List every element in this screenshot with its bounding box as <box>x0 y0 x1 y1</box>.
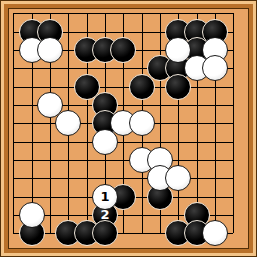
grid-line-horizontal <box>13 142 233 143</box>
intersection[interactable] <box>186 95 204 113</box>
intersection[interactable] <box>8 113 21 131</box>
intersection[interactable] <box>186 150 204 168</box>
intersection[interactable] <box>8 150 21 168</box>
intersection[interactable] <box>21 168 39 186</box>
board-frame: 21 <box>4 4 253 253</box>
intersection[interactable] <box>8 186 21 204</box>
intersection[interactable] <box>8 95 21 113</box>
white-stone <box>129 110 155 136</box>
move-number-label: 1 <box>100 190 109 203</box>
grid-line-horizontal <box>13 178 233 179</box>
intersection[interactable] <box>205 150 223 168</box>
intersection[interactable] <box>58 150 76 168</box>
intersection[interactable] <box>131 21 149 39</box>
intersection[interactable] <box>223 205 241 223</box>
intersection[interactable] <box>8 131 21 149</box>
intersection[interactable] <box>223 168 241 186</box>
intersection[interactable] <box>223 95 241 113</box>
white-stone <box>37 37 63 63</box>
go-board[interactable]: 21 <box>8 8 249 249</box>
intersection[interactable] <box>150 95 168 113</box>
intersection[interactable] <box>168 113 186 131</box>
intersection[interactable] <box>205 113 223 131</box>
intersection[interactable] <box>40 168 58 186</box>
intersection[interactable] <box>205 168 223 186</box>
grid-line-horizontal <box>13 160 233 161</box>
intersection[interactable] <box>76 168 94 186</box>
intersection[interactable] <box>205 186 223 204</box>
intersection[interactable] <box>21 131 39 149</box>
intersection[interactable] <box>58 186 76 204</box>
intersection[interactable] <box>205 95 223 113</box>
intersection[interactable] <box>40 131 58 149</box>
intersection[interactable] <box>21 113 39 131</box>
intersection[interactable] <box>95 8 113 21</box>
grid-line-vertical <box>233 13 234 233</box>
intersection[interactable] <box>8 76 21 94</box>
intersection[interactable] <box>8 8 21 21</box>
board-frame-highlight: 21 <box>1 1 256 256</box>
intersection[interactable] <box>186 131 204 149</box>
intersection[interactable] <box>223 150 241 168</box>
intersection[interactable] <box>8 168 21 186</box>
intersection[interactable] <box>223 186 241 204</box>
white-stone <box>19 202 45 228</box>
intersection[interactable] <box>21 150 39 168</box>
move-1-stone: 1 <box>92 184 118 210</box>
intersection[interactable] <box>205 131 223 149</box>
intersection[interactable] <box>186 113 204 131</box>
intersection[interactable] <box>21 76 39 94</box>
board-frame-outer: 21 <box>0 0 257 257</box>
intersection[interactable] <box>58 8 76 21</box>
intersection[interactable] <box>150 8 168 21</box>
black-stone <box>129 74 155 100</box>
white-stone <box>92 129 118 155</box>
intersection[interactable] <box>223 113 241 131</box>
intersection[interactable] <box>223 76 241 94</box>
intersection[interactable] <box>223 8 241 21</box>
intersection[interactable] <box>168 131 186 149</box>
intersection[interactable] <box>131 205 149 223</box>
intersection[interactable] <box>40 150 58 168</box>
black-stone <box>92 220 118 246</box>
intersection[interactable] <box>113 8 131 21</box>
white-stone <box>202 220 228 246</box>
intersection[interactable] <box>131 8 149 21</box>
intersection[interactable] <box>8 58 21 76</box>
intersection[interactable] <box>58 168 76 186</box>
intersection[interactable] <box>223 131 241 149</box>
intersection[interactable] <box>76 150 94 168</box>
intersection[interactable] <box>40 186 58 204</box>
intersection[interactable] <box>76 8 94 21</box>
intersection[interactable] <box>131 223 149 241</box>
intersection[interactable] <box>58 58 76 76</box>
